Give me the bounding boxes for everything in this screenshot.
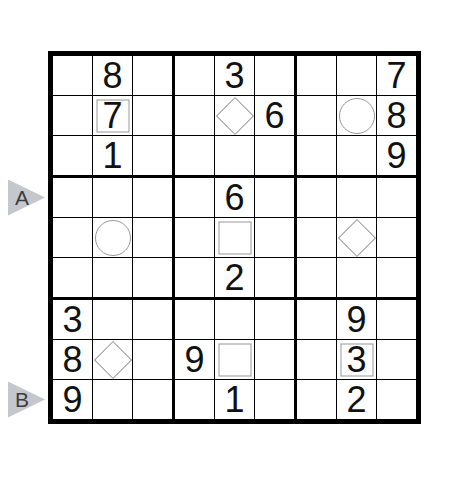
cell-r7c8[interactable]: 9: [337, 300, 377, 340]
cell-r9c4[interactable]: [175, 380, 215, 419]
cell-r8c1[interactable]: 8: [53, 340, 93, 380]
cell-r6c7[interactable]: [297, 258, 337, 300]
given-digit: 9: [346, 302, 366, 338]
cell-r6c9[interactable]: [377, 258, 416, 300]
cell-r6c4[interactable]: [175, 258, 215, 300]
cell-r6c2[interactable]: [93, 258, 133, 300]
cell-r8c2[interactable]: [93, 340, 133, 380]
cell-r4c4[interactable]: [175, 178, 215, 218]
cell-r7c7[interactable]: [297, 300, 337, 340]
cell-r9c6[interactable]: [255, 380, 297, 419]
cell-r6c1[interactable]: [53, 258, 93, 300]
cell-r3c5[interactable]: [215, 136, 255, 178]
cell-r1c5[interactable]: 3: [215, 56, 255, 96]
cell-r5c3[interactable]: [133, 218, 175, 258]
cell-r5c4[interactable]: [175, 218, 215, 258]
given-digit: 9: [184, 342, 204, 378]
cell-r3c3[interactable]: [133, 136, 175, 178]
cell-r4c7[interactable]: [297, 178, 337, 218]
cell-r2c6[interactable]: 6: [255, 96, 297, 136]
given-digit: 8: [386, 98, 406, 134]
cell-r1c3[interactable]: [133, 56, 175, 96]
cell-r7c6[interactable]: [255, 300, 297, 340]
cell-r9c8[interactable]: 2: [337, 380, 377, 419]
diamond-decoration-icon: [93, 340, 131, 378]
cell-r5c9[interactable]: [377, 218, 416, 258]
cell-r5c2[interactable]: [93, 218, 133, 258]
diamond-decoration-icon: [337, 218, 375, 256]
cell-r8c4[interactable]: 9: [175, 340, 215, 380]
given-digit: 2: [224, 260, 244, 296]
cell-r1c4[interactable]: [175, 56, 215, 96]
cell-r2c7[interactable]: [297, 96, 337, 136]
given-digit: 3: [224, 58, 244, 94]
cell-r6c5[interactable]: 2: [215, 258, 255, 300]
cell-r4c6[interactable]: [255, 178, 297, 218]
given-digit: 8: [62, 342, 82, 378]
given-digit: 7: [386, 58, 406, 94]
cell-r3c6[interactable]: [255, 136, 297, 178]
cell-r5c7[interactable]: [297, 218, 337, 258]
row-marker-label: B: [15, 388, 29, 412]
diamond-decoration-icon: [215, 96, 253, 134]
given-digit: 8: [102, 58, 122, 94]
given-digit: 1: [102, 138, 122, 174]
given-digit: 6: [224, 180, 244, 216]
cell-r8c5[interactable]: [215, 340, 255, 380]
cell-r3c2[interactable]: 1: [93, 136, 133, 178]
cell-r8c6[interactable]: [255, 340, 297, 380]
cell-r7c1[interactable]: 3: [53, 300, 93, 340]
cell-r6c8[interactable]: [337, 258, 377, 300]
cell-r9c2[interactable]: [93, 380, 133, 419]
cell-r5c8[interactable]: [337, 218, 377, 258]
cell-r1c2[interactable]: 8: [93, 56, 133, 96]
cell-r5c6[interactable]: [255, 218, 297, 258]
row-marker-label: A: [15, 186, 29, 210]
cell-r2c5[interactable]: [215, 96, 255, 136]
cell-r2c4[interactable]: [175, 96, 215, 136]
cell-r5c5[interactable]: [215, 218, 255, 258]
given-digit: 3: [346, 342, 366, 378]
given-digit: 2: [346, 382, 366, 418]
cell-r8c9[interactable]: [377, 340, 416, 380]
cell-r2c8[interactable]: [337, 96, 377, 136]
cell-r9c7[interactable]: [297, 380, 337, 419]
cell-r6c6[interactable]: [255, 258, 297, 300]
cell-r4c2[interactable]: [93, 178, 133, 218]
row-marker-b-arrow-icon: B: [8, 382, 45, 418]
cell-r4c8[interactable]: [337, 178, 377, 218]
cell-r8c7[interactable]: [297, 340, 337, 380]
cell-r7c4[interactable]: [175, 300, 215, 340]
cell-r3c1[interactable]: [53, 136, 93, 178]
cell-r1c1[interactable]: [53, 56, 93, 96]
cell-r9c1[interactable]: 9: [53, 380, 93, 419]
cell-r4c3[interactable]: [133, 178, 175, 218]
cell-r2c9[interactable]: 8: [377, 96, 416, 136]
given-digit: 1: [224, 382, 244, 418]
cell-r3c4[interactable]: [175, 136, 215, 178]
cell-r1c6[interactable]: [255, 56, 297, 96]
row-marker-a-arrow-icon: A: [8, 180, 45, 216]
cell-r7c2[interactable]: [93, 300, 133, 340]
cell-r9c3[interactable]: [133, 380, 175, 419]
cell-r5c1[interactable]: [53, 218, 93, 258]
given-digit: 9: [62, 382, 82, 418]
given-digit: 6: [264, 98, 284, 134]
cell-r8c8[interactable]: 3: [337, 340, 377, 380]
cell-r7c3[interactable]: [133, 300, 175, 340]
given-digit: 9: [386, 138, 406, 174]
cell-r3c8[interactable]: [337, 136, 377, 178]
given-digit: 3: [62, 302, 82, 338]
cell-r2c2[interactable]: 7: [93, 96, 133, 136]
cell-r9c9[interactable]: [377, 380, 416, 419]
cell-r2c1[interactable]: [53, 96, 93, 136]
cell-r7c9[interactable]: [377, 300, 416, 340]
sudoku-board: 837768196239893912: [48, 51, 421, 424]
square-decoration-icon: [218, 221, 251, 254]
cell-r8c3[interactable]: [133, 340, 175, 380]
cell-r4c5[interactable]: 6: [215, 178, 255, 218]
circle-decoration-icon: [339, 98, 375, 134]
cell-r3c9[interactable]: 9: [377, 136, 416, 178]
circle-decoration-icon: [95, 220, 131, 256]
cell-r4c1[interactable]: [53, 178, 93, 218]
cell-r2c3[interactable]: [133, 96, 175, 136]
cell-r9c5[interactable]: 1: [215, 380, 255, 419]
cell-r4c9[interactable]: [377, 178, 416, 218]
cell-r1c8[interactable]: [337, 56, 377, 96]
cell-r1c9[interactable]: 7: [377, 56, 416, 96]
cell-r3c7[interactable]: [297, 136, 337, 178]
cell-r6c3[interactable]: [133, 258, 175, 300]
given-digit: 7: [102, 98, 122, 134]
cell-r1c7[interactable]: [297, 56, 337, 96]
cell-r7c5[interactable]: [215, 300, 255, 340]
square-decoration-icon: [218, 343, 251, 376]
